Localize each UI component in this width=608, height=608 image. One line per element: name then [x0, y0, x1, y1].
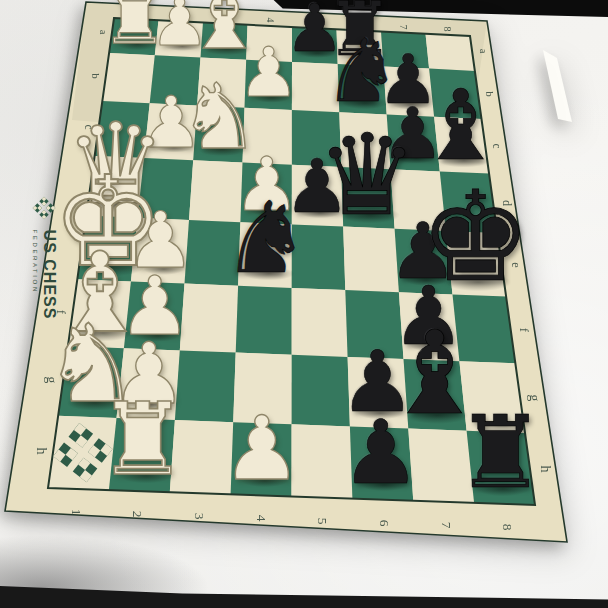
rank-label-top-4: 4 — [264, 18, 275, 23]
piece-white-pawn-h4: ♟ — [222, 405, 301, 493]
photo-scene: US CHESS FEDERATION aabbccdeffgghh112233… — [0, 0, 608, 608]
rank-label-bottom-5: 5 — [314, 517, 330, 524]
vinyl-curl-highlight — [543, 50, 572, 122]
piece-black-rook-h8: ♜ — [455, 403, 545, 503]
rank-label-bottom-6: 6 — [376, 519, 392, 526]
piece-black-pawn-h6: ♟ — [341, 409, 420, 497]
rank-label-top-8: 8 — [442, 27, 453, 32]
square-f4 — [236, 286, 292, 355]
piece-black-bishop-c8: ♝ — [418, 78, 505, 175]
file-label-right-f: f — [516, 328, 532, 332]
rank-label-bottom-1: 1 — [68, 509, 84, 516]
file-label-left-h: h — [32, 448, 49, 455]
piece-black-knight-e4: ♞ — [221, 189, 309, 288]
rank-label-bottom-4: 4 — [253, 515, 269, 522]
rank-label-bottom-3: 3 — [191, 513, 207, 520]
file-label-left-b: b — [90, 73, 102, 79]
rank-label-bottom-7: 7 — [438, 521, 454, 528]
file-label-right-a: a — [478, 49, 489, 54]
rank-label-bottom-2: 2 — [129, 511, 145, 518]
rank-label-bottom-8: 8 — [499, 524, 515, 531]
brand-subtitle: FEDERATION — [31, 230, 37, 294]
piece-white-rook-h2: ♜ — [98, 390, 188, 490]
